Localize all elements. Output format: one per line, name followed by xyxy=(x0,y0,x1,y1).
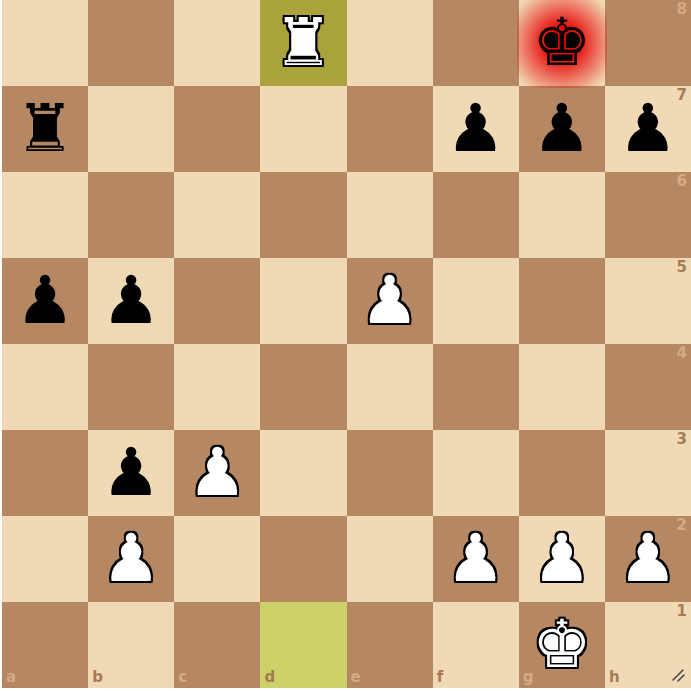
square-b6[interactable] xyxy=(88,172,174,258)
square-d3[interactable] xyxy=(260,430,346,516)
white-pawn[interactable]: ♟ xyxy=(347,258,433,344)
square-g8[interactable]: ♚ xyxy=(519,0,605,86)
square-f3[interactable] xyxy=(433,430,519,516)
square-e1[interactable]: e xyxy=(347,602,433,688)
coord-rank-8: 8 xyxy=(677,2,687,17)
square-c3[interactable]: ♟ xyxy=(174,430,260,516)
square-a3[interactable] xyxy=(2,430,88,516)
black-pawn[interactable]: ♟ xyxy=(88,258,174,344)
square-b5[interactable]: ♟ xyxy=(88,258,174,344)
coord-file-f: f xyxy=(437,670,444,685)
square-f6[interactable] xyxy=(433,172,519,258)
square-d6[interactable] xyxy=(260,172,346,258)
square-f1[interactable]: f xyxy=(433,602,519,688)
white-pawn[interactable]: ♟ xyxy=(605,516,691,602)
square-f8[interactable] xyxy=(433,0,519,86)
black-pawn[interactable]: ♟ xyxy=(519,86,605,172)
square-a5[interactable]: ♟ xyxy=(2,258,88,344)
coord-file-e: e xyxy=(351,670,361,685)
square-c7[interactable] xyxy=(174,86,260,172)
black-pawn[interactable]: ♟ xyxy=(605,86,691,172)
square-f7[interactable]: ♟ xyxy=(433,86,519,172)
square-f4[interactable] xyxy=(433,344,519,430)
coord-rank-4: 4 xyxy=(677,346,687,361)
square-e3[interactable] xyxy=(347,430,433,516)
white-pawn[interactable]: ♟ xyxy=(519,516,605,602)
square-b8[interactable] xyxy=(88,0,174,86)
square-g5[interactable] xyxy=(519,258,605,344)
square-f5[interactable] xyxy=(433,258,519,344)
square-c5[interactable] xyxy=(174,258,260,344)
coord-file-d: d xyxy=(264,670,275,685)
black-pawn[interactable]: ♟ xyxy=(88,430,174,516)
square-d7[interactable] xyxy=(260,86,346,172)
square-a7[interactable]: ♜ xyxy=(2,86,88,172)
coord-rank-1: 1 xyxy=(677,604,687,619)
square-a2[interactable] xyxy=(2,516,88,602)
square-b1[interactable]: b xyxy=(88,602,174,688)
square-e8[interactable] xyxy=(347,0,433,86)
black-king[interactable]: ♚ xyxy=(519,0,605,86)
square-g4[interactable] xyxy=(519,344,605,430)
square-h5[interactable]: 5 xyxy=(605,258,691,344)
square-h6[interactable]: 6 xyxy=(605,172,691,258)
square-h7[interactable]: ♟7 xyxy=(605,86,691,172)
square-d4[interactable] xyxy=(260,344,346,430)
square-g6[interactable] xyxy=(519,172,605,258)
square-e2[interactable] xyxy=(347,516,433,602)
white-rook[interactable]: ♜ xyxy=(260,0,346,86)
square-a1[interactable]: a xyxy=(2,602,88,688)
coord-file-b: b xyxy=(92,670,103,685)
square-a6[interactable] xyxy=(2,172,88,258)
coord-rank-6: 6 xyxy=(677,174,687,189)
square-a8[interactable] xyxy=(2,0,88,86)
square-c8[interactable] xyxy=(174,0,260,86)
square-h8[interactable]: 8 xyxy=(605,0,691,86)
square-c6[interactable] xyxy=(174,172,260,258)
coord-file-a: a xyxy=(6,670,16,685)
black-pawn[interactable]: ♟ xyxy=(433,86,519,172)
square-h2[interactable]: ♟2 xyxy=(605,516,691,602)
square-d2[interactable] xyxy=(260,516,346,602)
white-king[interactable]: ♚ xyxy=(519,602,605,688)
chess-board: ♜♚8♜♟♟♟76♟♟♟54♟♟3♟♟♟♟2abcdef♚gh1 xyxy=(2,0,691,688)
square-e5[interactable]: ♟ xyxy=(347,258,433,344)
white-pawn[interactable]: ♟ xyxy=(433,516,519,602)
square-c4[interactable] xyxy=(174,344,260,430)
resize-handle-icon[interactable] xyxy=(669,666,687,684)
square-g7[interactable]: ♟ xyxy=(519,86,605,172)
square-d8[interactable]: ♜ xyxy=(260,0,346,86)
square-d1[interactable]: d xyxy=(260,602,346,688)
square-f2[interactable]: ♟ xyxy=(433,516,519,602)
coord-file-h: h xyxy=(609,670,620,685)
square-c1[interactable]: c xyxy=(174,602,260,688)
white-pawn[interactable]: ♟ xyxy=(174,430,260,516)
coord-rank-5: 5 xyxy=(677,260,687,275)
coord-file-c: c xyxy=(178,670,187,685)
square-b3[interactable]: ♟ xyxy=(88,430,174,516)
black-pawn[interactable]: ♟ xyxy=(2,258,88,344)
chess-board-wrap: ♜♚8♜♟♟♟76♟♟♟54♟♟3♟♟♟♟2abcdef♚gh1 xyxy=(2,0,691,688)
square-c2[interactable] xyxy=(174,516,260,602)
square-b4[interactable] xyxy=(88,344,174,430)
square-e7[interactable] xyxy=(347,86,433,172)
square-d5[interactable] xyxy=(260,258,346,344)
square-g1[interactable]: ♚g xyxy=(519,602,605,688)
square-g2[interactable]: ♟ xyxy=(519,516,605,602)
square-b7[interactable] xyxy=(88,86,174,172)
coord-rank-3: 3 xyxy=(677,432,687,447)
white-pawn[interactable]: ♟ xyxy=(88,516,174,602)
square-b2[interactable]: ♟ xyxy=(88,516,174,602)
black-rook[interactable]: ♜ xyxy=(2,86,88,172)
square-e4[interactable] xyxy=(347,344,433,430)
square-h4[interactable]: 4 xyxy=(605,344,691,430)
square-a4[interactable] xyxy=(2,344,88,430)
square-h3[interactable]: 3 xyxy=(605,430,691,516)
square-e6[interactable] xyxy=(347,172,433,258)
square-g3[interactable] xyxy=(519,430,605,516)
